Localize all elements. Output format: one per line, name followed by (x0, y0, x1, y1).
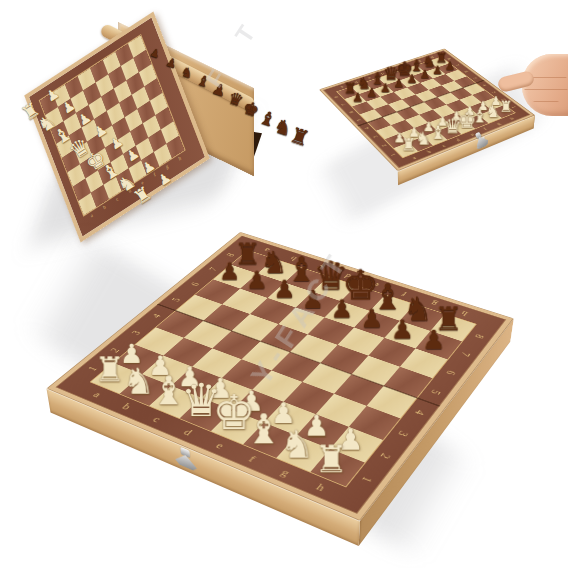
main-rank-labels-left: 12345678 (72, 245, 248, 382)
piece-white-p-f2: ♟ (264, 402, 316, 436)
square-g6 (368, 338, 415, 367)
square-e3 (252, 370, 302, 401)
piece-white-p-c2-glyph: ♟ (172, 363, 209, 390)
main-file-labels-near-e: e (214, 441, 226, 451)
main-rank-labels-right-4: 4 (413, 408, 427, 416)
piece-black-p-a7: ♟ (213, 265, 257, 289)
square-d6 (278, 308, 324, 335)
main-rank-labels-right-5: 5 (429, 388, 443, 395)
square-g5 (352, 356, 400, 386)
main-rank-labels-left-8: 8 (225, 252, 237, 257)
square-f6 (338, 327, 385, 355)
tilt-rank-labels-left-6: 6 (348, 110, 355, 113)
square-f3 (284, 382, 335, 414)
piece-white-p-e2-glyph: ♟ (233, 387, 271, 415)
square-a5 (176, 295, 222, 321)
piece-black-b-f8: ♝ (370, 295, 415, 321)
mini-file-label-c: c (115, 196, 119, 202)
square-d1 (180, 398, 232, 431)
piece-white-r-a1: ♜ (91, 363, 142, 394)
square-f2 (264, 402, 316, 436)
main-rank-labels-right-2: 2 (378, 452, 393, 461)
tilt-board-mount: abcdefghabcdefgh1234567812345678♜♞♝♛♚♝♞♜… (298, 6, 568, 211)
piece-black-n-b8: ♞ (257, 259, 300, 283)
piece-black-p-d7: ♟ (296, 292, 341, 318)
square-c1 (149, 386, 201, 418)
square-b4 (184, 321, 232, 349)
piece-black-q-d8-glyph: ♛ (314, 257, 347, 296)
piece-black-p-c7-glyph: ♟ (268, 277, 301, 301)
square-f1 (243, 423, 296, 458)
main-file-labels-far-c: c (315, 264, 324, 270)
square-b3 (163, 338, 212, 367)
shadow (39, 242, 460, 551)
square-f5 (320, 345, 368, 374)
tilted-board-view: abcdefghabcdefgh1234567812345678♜♞♝♛♚♝♞♜… (298, 6, 568, 211)
piece-black-p-h7-glyph: ♟ (417, 327, 452, 353)
piece-white-r-a1-glyph: ♜ (400, 137, 418, 154)
tilt-rank-labels-left-4: 4 (364, 127, 371, 131)
piece-white-p-g2-glyph: ♟ (297, 412, 336, 441)
main-frame (55, 236, 506, 514)
main-board: abcdefghabcdefgh1234567812345678♜♞♝♛♚♝♞♜… (46, 232, 513, 521)
piece-black-r-a8: ♜ (231, 251, 274, 274)
square-d3 (222, 359, 272, 389)
square-c2 (171, 367, 222, 398)
piece-black-p-f7-glyph: ♟ (355, 306, 389, 331)
piece-white-n-g1: ♞ (276, 436, 330, 472)
piece-black-n-g8-glyph: ♞ (401, 292, 435, 325)
main-rank-labels-left-6: 6 (189, 281, 201, 287)
square-e4 (272, 352, 321, 382)
main-file-labels-far-d: d (343, 273, 353, 280)
piece-white-p-b2: ♟ (142, 356, 192, 386)
square-c3 (192, 348, 241, 378)
square-g2 (297, 414, 349, 449)
piece-black-r-h8-glyph: ♜ (432, 303, 466, 335)
main-rank-labels-right-1: 1 (360, 475, 375, 484)
square-g7 (384, 321, 430, 349)
main-box-side-front (46, 389, 360, 546)
piece-black-p-e7-glyph: ♟ (325, 296, 359, 321)
piece-white-p-h2-glyph: ♟ (331, 425, 370, 454)
square-c6 (250, 298, 296, 324)
piece-white-r-a1-glyph: ♜ (92, 352, 128, 386)
square-a4 (156, 311, 203, 338)
piece-black-p-g7-glyph: ♟ (385, 316, 419, 342)
main-file-labels-near-d: d (182, 427, 195, 437)
square-h7 (416, 331, 462, 359)
main-file-labels-near-f: f (247, 454, 258, 463)
piece-black-r-h8: ♜ (430, 314, 475, 341)
square-h8 (430, 314, 475, 341)
square-f7 (354, 311, 400, 338)
square-a6 (195, 279, 240, 304)
main-file-labels-near: abcdefgh (75, 382, 346, 504)
square-g3 (316, 394, 367, 427)
tilt-rank-labels-left-2: 2 (380, 144, 387, 148)
piece-black-p-e7: ♟ (325, 301, 370, 327)
main-squares (91, 251, 476, 487)
piece-black-p-a7-glyph: ♟ (350, 92, 366, 104)
square-b8 (257, 259, 300, 283)
mini-file-label-b: b (102, 204, 106, 210)
piece-white-p-g2: ♟ (297, 414, 349, 449)
square-d2 (201, 378, 252, 410)
main-rank-labels-right-8: 8 (473, 333, 486, 340)
main-file-labels-far-g: g (429, 300, 439, 307)
main-rank-labels-left-7: 7 (207, 266, 219, 272)
main-file-labels-far-f: f (400, 291, 408, 297)
square-h1 (310, 449, 364, 487)
square-h2 (330, 427, 383, 463)
square-c4 (212, 331, 260, 359)
square-h4 (367, 386, 417, 418)
piece-white-n-g1-glyph: ♞ (278, 425, 318, 463)
main-rank-labels-right: 12345678 (346, 324, 498, 496)
square-a2 (114, 345, 164, 374)
piece-white-p-b2-glyph: ♟ (142, 352, 178, 379)
main-file-labels-near-g: g (279, 467, 292, 478)
piece-white-p-d2: ♟ (201, 378, 252, 410)
piece-black-p-d7-glyph: ♟ (391, 78, 407, 90)
piece-white-k-e1: ♚ (211, 410, 264, 444)
folded-board-view: abcdefgh ♜♞♝♛♚♝♞♜♟♟♟♟♟♟♟♟♟♟♞♝♟♛♚♝♞♜ (0, 6, 300, 251)
square-g4 (334, 374, 384, 406)
square-f8 (370, 295, 415, 321)
main-file-labels-near-a: a (91, 390, 103, 399)
piece-black-p-b7: ♟ (240, 274, 284, 298)
main-rank-labels-left-4: 4 (150, 312, 163, 318)
piece-white-q-d1: ♛ (180, 398, 232, 431)
square-e1 (211, 410, 264, 444)
square-d5 (260, 324, 307, 352)
main-file-labels-near-h: h (314, 482, 327, 493)
square-e6 (308, 317, 354, 344)
piece-black-p-h7: ♟ (416, 331, 462, 359)
main-rank-labels-left-2: 2 (108, 347, 121, 354)
main-rank-labels-left-5: 5 (170, 296, 182, 302)
piece-white-p-d2-glyph: ♟ (202, 375, 239, 403)
square-b2 (142, 356, 192, 386)
square-h3 (349, 406, 400, 440)
piece-white-q-d1-glyph: ♛ (181, 378, 219, 423)
piece-black-p-d7-glyph: ♟ (296, 287, 329, 312)
square-g1 (276, 436, 330, 472)
piece-white-k-e1-glyph: ♚ (212, 388, 250, 436)
square-e5 (290, 334, 338, 363)
tilt-rank-labels-left-1: 1 (389, 153, 396, 157)
tilt-rank-labels-left-3: 3 (372, 135, 379, 139)
square-e7 (325, 301, 370, 327)
piece-white-n-b1-glyph: ♞ (120, 363, 157, 399)
main-rank-labels-right-6: 6 (444, 369, 458, 376)
piece-white-p-h2: ♟ (330, 427, 383, 463)
piece-white-p-a2: ♟ (114, 345, 164, 374)
square-a7 (213, 265, 257, 289)
main-fold-seam (157, 304, 440, 407)
piece-white-b-f1-glyph: ♝ (244, 409, 283, 450)
piece-black-p-f7: ♟ (354, 311, 400, 338)
square-e8 (341, 286, 385, 311)
piece-black-b-f8-glyph: ♝ (371, 280, 404, 315)
piece-white-p-e2: ♟ (232, 390, 283, 423)
square-c5 (232, 314, 279, 341)
piece-white-r-h1: ♜ (310, 449, 364, 487)
piece-white-p-f2-glyph: ♟ (265, 399, 303, 427)
piece-white-p-a2-glyph: ♟ (114, 341, 150, 367)
piece-white-b-c1-glyph: ♝ (150, 371, 187, 410)
piece-black-k-e8-glyph: ♚ (342, 264, 375, 305)
main-file-labels-far-h: h (460, 310, 470, 317)
square-c7 (268, 282, 313, 307)
tilt-board: abcdefghabcdefgh1234567812345678♜♞♝♛♚♝♞♜… (319, 49, 535, 172)
main-rank-labels-right-3: 3 (396, 429, 411, 437)
piece-black-n-g8: ♞ (400, 304, 445, 331)
piece-black-b-c8: ♝ (285, 268, 329, 292)
square-a8 (231, 251, 274, 274)
square-a1 (91, 363, 142, 394)
square-d8 (312, 276, 356, 301)
square-e2 (232, 390, 283, 423)
piece-black-p-b7-glyph: ♟ (241, 268, 273, 292)
main-file-labels-far-e: e (371, 282, 380, 289)
piece-black-n-b8-glyph: ♞ (258, 247, 290, 278)
latch-icon (174, 444, 197, 472)
piece-black-k-e8: ♚ (341, 286, 385, 311)
piece-black-q-d8: ♛ (312, 276, 356, 301)
mini-file-label-a: a (90, 213, 94, 219)
square-g8 (400, 304, 445, 331)
piece-black-p-g7: ♟ (384, 321, 430, 349)
piece-black-b-c8-glyph: ♝ (286, 253, 318, 287)
piece-white-p-c2: ♟ (171, 367, 222, 398)
piece-black-p-c7-glyph: ♟ (378, 82, 394, 94)
main-rank-labels-left-1: 1 (86, 365, 99, 372)
main-file-labels-far: abcdefgh (248, 241, 485, 324)
main-file-labels-near-c: c (151, 415, 163, 424)
main-file-labels-near-b: b (120, 402, 133, 411)
square-h6 (400, 348, 447, 378)
square-b1 (120, 374, 172, 406)
piece-black-p-c7: ♟ (268, 282, 313, 307)
square-a3 (135, 327, 184, 355)
piece-black-p-e7-glyph: ♟ (404, 73, 419, 85)
piece-white-n-b1: ♞ (120, 374, 172, 406)
piece-black-p-b7-glyph: ♟ (364, 87, 380, 99)
tilt-file-labels-near-h: h (508, 116, 514, 120)
square-f4 (302, 363, 351, 394)
main-rank-labels-left-3: 3 (130, 329, 143, 335)
piece-white-b-f1: ♝ (243, 423, 296, 458)
main-file-labels-far-b: b (288, 255, 298, 261)
square-b6 (222, 289, 267, 314)
product-photo-chess-set: { "game": "chess", "product": "folding w… (0, 0, 568, 568)
piece-black-p-a7-glyph: ♟ (214, 259, 246, 283)
square-c8 (285, 268, 329, 292)
main-box-side-right (359, 318, 514, 546)
square-d4 (242, 341, 290, 370)
square-b7 (240, 274, 284, 298)
square-d7 (296, 292, 341, 318)
mini-file-label-h: h (178, 155, 182, 161)
piece-white-b-c1: ♝ (149, 386, 201, 418)
main-rank-labels-right-7: 7 (459, 351, 473, 358)
square-b5 (203, 304, 250, 331)
square-h5 (384, 367, 433, 398)
piece-white-r-h1-glyph: ♜ (312, 440, 352, 478)
